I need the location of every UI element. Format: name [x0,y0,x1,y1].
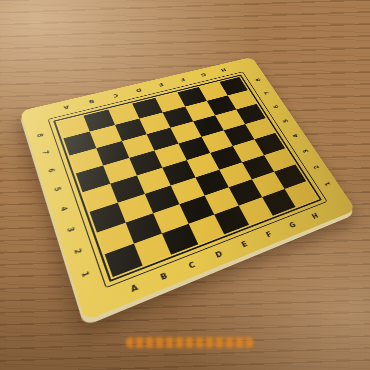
rank-label-left-6: 6 [36,163,67,179]
file-label-top-e: E [148,79,173,90]
file-label-bottom-c: C [176,256,208,276]
file-label-top-h: H [212,65,235,75]
rank-label-right-6: 6 [264,101,287,112]
file-label-top-f: F [170,74,194,85]
rank-label-right-4: 4 [283,129,307,142]
rank-label-left-3: 3 [54,220,87,239]
rank-label-right-1: 1 [315,177,340,192]
file-label-bottom-f: F [255,226,284,244]
rank-label-left-1: 1 [68,264,103,285]
photo-scene: ABCDEFGH ABCDEFGH 87654321 87654321 [0,0,370,370]
rank-label-right-3: 3 [293,145,318,158]
rank-label-left-8: 8 [25,129,55,143]
rank-label-left-7: 7 [30,145,60,160]
rank-label-left-4: 4 [48,200,80,218]
rank-label-right-5: 5 [274,115,298,127]
chessboard: ABCDEFGH ABCDEFGH 87654321 87654321 [20,57,356,321]
file-label-top-g: G [191,69,215,79]
rank-label-left-2: 2 [61,241,95,261]
file-label-top-d: D [126,84,152,95]
file-label-top-b: B [78,95,105,107]
file-label-bottom-h: H [302,209,329,226]
file-label-top-c: C [102,90,128,102]
file-label-bottom-d: D [204,246,235,265]
file-label-top-a: A [52,101,80,113]
rank-label-right-7: 7 [255,88,278,99]
rank-label-left-5: 5 [42,181,74,198]
file-label-bottom-b: B [148,267,181,288]
photo-watermark [126,337,254,348]
rank-label-right-8: 8 [247,75,270,85]
file-label-bottom-a: A [117,278,151,300]
file-label-bottom-e: E [230,236,260,255]
rank-label-right-2: 2 [304,160,329,174]
